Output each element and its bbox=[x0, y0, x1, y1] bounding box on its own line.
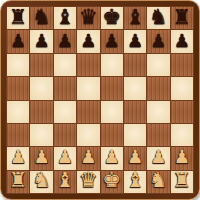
square-c6[interactable] bbox=[54, 54, 76, 76]
piece-black-rook[interactable]: ♜ bbox=[9, 7, 28, 28]
square-d7[interactable]: ♟ bbox=[77, 30, 99, 52]
square-e8[interactable]: ♚ bbox=[101, 7, 123, 29]
piece-black-knight[interactable]: ♞ bbox=[32, 7, 51, 28]
piece-black-bishop[interactable]: ♝ bbox=[126, 7, 145, 28]
square-g6[interactable] bbox=[147, 54, 169, 76]
square-e1[interactable]: ♚ bbox=[101, 171, 123, 193]
square-f2[interactable]: ♟ bbox=[124, 147, 146, 169]
piece-white-bishop[interactable]: ♝ bbox=[56, 171, 75, 192]
square-e5[interactable] bbox=[101, 77, 123, 99]
square-d3[interactable] bbox=[77, 124, 99, 146]
square-a8[interactable]: ♜ bbox=[7, 7, 29, 29]
square-h6[interactable] bbox=[171, 54, 193, 76]
piece-black-queen[interactable]: ♛ bbox=[79, 7, 98, 28]
square-b2[interactable]: ♟ bbox=[30, 147, 52, 169]
square-d4[interactable] bbox=[77, 101, 99, 123]
square-f7[interactable]: ♟ bbox=[124, 30, 146, 52]
square-b1[interactable]: ♞ bbox=[30, 171, 52, 193]
square-c3[interactable] bbox=[54, 124, 76, 146]
square-e3[interactable] bbox=[101, 124, 123, 146]
square-d5[interactable] bbox=[77, 77, 99, 99]
square-b8[interactable]: ♞ bbox=[30, 7, 52, 29]
square-a4[interactable] bbox=[7, 101, 29, 123]
piece-white-pawn[interactable]: ♟ bbox=[80, 148, 96, 166]
piece-black-pawn[interactable]: ♟ bbox=[10, 32, 26, 50]
piece-white-pawn[interactable]: ♟ bbox=[127, 148, 143, 166]
chess-board-frame: ♜♞♝♛♚♝♞♜♟♟♟♟♟♟♟♟♟♟♟♟♟♟♟♟♜♞♝♛♚♝♞♜ bbox=[0, 0, 200, 200]
square-d8[interactable]: ♛ bbox=[77, 7, 99, 29]
square-a2[interactable]: ♟ bbox=[7, 147, 29, 169]
square-c7[interactable]: ♟ bbox=[54, 30, 76, 52]
piece-black-pawn[interactable]: ♟ bbox=[104, 32, 120, 50]
square-g8[interactable]: ♞ bbox=[147, 7, 169, 29]
piece-black-pawn[interactable]: ♟ bbox=[80, 32, 96, 50]
square-d2[interactable]: ♟ bbox=[77, 147, 99, 169]
square-a5[interactable] bbox=[7, 77, 29, 99]
piece-white-pawn[interactable]: ♟ bbox=[104, 148, 120, 166]
square-b6[interactable] bbox=[30, 54, 52, 76]
piece-white-queen[interactable]: ♛ bbox=[79, 171, 98, 192]
square-e2[interactable]: ♟ bbox=[101, 147, 123, 169]
square-f3[interactable] bbox=[124, 124, 146, 146]
chess-board: ♜♞♝♛♚♝♞♜♟♟♟♟♟♟♟♟♟♟♟♟♟♟♟♟♜♞♝♛♚♝♞♜ bbox=[6, 6, 194, 194]
square-b7[interactable]: ♟ bbox=[30, 30, 52, 52]
square-f5[interactable] bbox=[124, 77, 146, 99]
square-g3[interactable] bbox=[147, 124, 169, 146]
square-b4[interactable] bbox=[30, 101, 52, 123]
square-c4[interactable] bbox=[54, 101, 76, 123]
square-e4[interactable] bbox=[101, 101, 123, 123]
square-g1[interactable]: ♞ bbox=[147, 171, 169, 193]
square-g7[interactable]: ♟ bbox=[147, 30, 169, 52]
square-g4[interactable] bbox=[147, 101, 169, 123]
piece-black-rook[interactable]: ♜ bbox=[172, 7, 191, 28]
square-g2[interactable]: ♟ bbox=[147, 147, 169, 169]
square-a1[interactable]: ♜ bbox=[7, 171, 29, 193]
square-c2[interactable]: ♟ bbox=[54, 147, 76, 169]
piece-black-king[interactable]: ♚ bbox=[102, 7, 121, 28]
square-f8[interactable]: ♝ bbox=[124, 7, 146, 29]
piece-white-pawn[interactable]: ♟ bbox=[150, 148, 166, 166]
square-a3[interactable] bbox=[7, 124, 29, 146]
square-b5[interactable] bbox=[30, 77, 52, 99]
piece-black-knight[interactable]: ♞ bbox=[149, 7, 168, 28]
piece-white-bishop[interactable]: ♝ bbox=[126, 171, 145, 192]
square-a7[interactable]: ♟ bbox=[7, 30, 29, 52]
square-d6[interactable] bbox=[77, 54, 99, 76]
square-h5[interactable] bbox=[171, 77, 193, 99]
piece-white-knight[interactable]: ♞ bbox=[32, 171, 51, 192]
piece-black-pawn[interactable]: ♟ bbox=[127, 32, 143, 50]
piece-black-bishop[interactable]: ♝ bbox=[56, 7, 75, 28]
square-h4[interactable] bbox=[171, 101, 193, 123]
piece-white-rook[interactable]: ♜ bbox=[9, 171, 28, 192]
square-h3[interactable] bbox=[171, 124, 193, 146]
square-h7[interactable]: ♟ bbox=[171, 30, 193, 52]
square-h8[interactable]: ♜ bbox=[171, 7, 193, 29]
square-e7[interactable]: ♟ bbox=[101, 30, 123, 52]
square-c1[interactable]: ♝ bbox=[54, 171, 76, 193]
square-c8[interactable]: ♝ bbox=[54, 7, 76, 29]
piece-white-king[interactable]: ♚ bbox=[102, 171, 121, 192]
square-b3[interactable] bbox=[30, 124, 52, 146]
piece-black-pawn[interactable]: ♟ bbox=[150, 32, 166, 50]
square-a6[interactable] bbox=[7, 54, 29, 76]
piece-white-pawn[interactable]: ♟ bbox=[10, 148, 26, 166]
square-g5[interactable] bbox=[147, 77, 169, 99]
piece-white-pawn[interactable]: ♟ bbox=[57, 148, 73, 166]
square-d1[interactable]: ♛ bbox=[77, 171, 99, 193]
square-c5[interactable] bbox=[54, 77, 76, 99]
square-f4[interactable] bbox=[124, 101, 146, 123]
piece-white-rook[interactable]: ♜ bbox=[172, 171, 191, 192]
piece-white-pawn[interactable]: ♟ bbox=[33, 148, 49, 166]
square-h1[interactable]: ♜ bbox=[171, 171, 193, 193]
piece-white-pawn[interactable]: ♟ bbox=[174, 148, 190, 166]
piece-black-pawn[interactable]: ♟ bbox=[174, 32, 190, 50]
square-e6[interactable] bbox=[101, 54, 123, 76]
app-background: ♜♞♝♛♚♝♞♜♟♟♟♟♟♟♟♟♟♟♟♟♟♟♟♟♜♞♝♛♚♝♞♜ bbox=[0, 0, 200, 200]
square-h2[interactable]: ♟ bbox=[171, 147, 193, 169]
piece-black-pawn[interactable]: ♟ bbox=[57, 32, 73, 50]
square-f6[interactable] bbox=[124, 54, 146, 76]
square-f1[interactable]: ♝ bbox=[124, 171, 146, 193]
piece-white-knight[interactable]: ♞ bbox=[149, 171, 168, 192]
piece-black-pawn[interactable]: ♟ bbox=[33, 32, 49, 50]
